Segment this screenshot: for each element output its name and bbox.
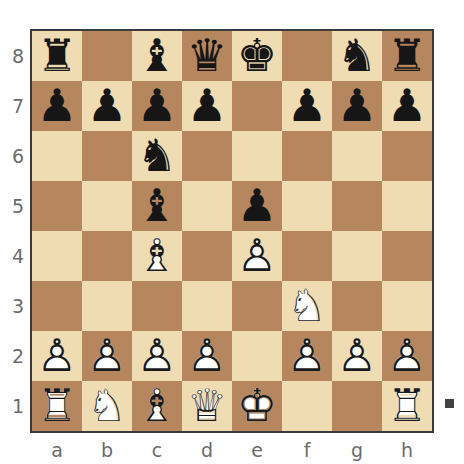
square-h4[interactable] [382,231,432,281]
piece-wQ-d1[interactable]: ♛♕ [182,381,232,431]
square-e8[interactable]: ♚ [232,31,282,81]
square-d4[interactable] [182,231,232,281]
square-a3[interactable] [32,281,82,331]
rank-label-4: 4 [0,231,30,281]
square-f7[interactable]: ♟ [282,81,332,131]
square-a7[interactable]: ♟ [32,81,82,131]
square-g8[interactable]: ♞ [332,31,382,81]
rank-label-3: 3 [0,281,30,331]
square-e3[interactable] [232,281,282,331]
piece-bN-c6[interactable]: ♞ [132,131,182,181]
square-c8[interactable]: ♝ [132,31,182,81]
square-b1[interactable]: ♞♘ [82,381,132,431]
square-b6[interactable] [82,131,132,181]
square-g3[interactable] [332,281,382,331]
square-e2[interactable] [232,331,282,381]
square-g2[interactable]: ♟♙ [332,331,382,381]
square-b2[interactable]: ♟♙ [82,331,132,381]
white-piece-outline: ♙ [232,231,282,281]
square-d3[interactable] [182,281,232,331]
square-h3[interactable] [382,281,432,331]
square-a2[interactable]: ♟♙ [32,331,82,381]
square-f1[interactable] [282,381,332,431]
file-label-d: d [182,437,232,464]
square-e6[interactable] [232,131,282,181]
white-piece-outline: ♔ [232,381,282,431]
piece-bN-g8[interactable]: ♞ [332,31,382,81]
square-h2[interactable]: ♟♙ [382,331,432,381]
piece-bQ-d8[interactable]: ♛ [182,31,232,81]
square-f2[interactable]: ♟♙ [282,331,332,381]
piece-bP-g7[interactable]: ♟ [332,81,382,131]
file-label-c: c [132,437,182,464]
side-to-move-indicator [445,399,454,408]
white-piece-outline: ♙ [282,331,332,381]
square-e7[interactable] [232,81,282,131]
square-c4[interactable]: ♝♗ [132,231,182,281]
square-d5[interactable] [182,181,232,231]
rank-label-6: 6 [0,131,30,181]
piece-bP-c7[interactable]: ♟ [132,81,182,131]
piece-wN-f3[interactable]: ♞♘ [282,281,332,331]
piece-bP-d7[interactable]: ♟ [182,81,232,131]
square-a4[interactable] [32,231,82,281]
piece-wP-e4[interactable]: ♟♙ [232,231,282,281]
square-f3[interactable]: ♞♘ [282,281,332,331]
square-g7[interactable]: ♟ [332,81,382,131]
piece-bP-f7[interactable]: ♟ [282,81,332,131]
piece-wB-c1[interactable]: ♝♗ [132,381,182,431]
piece-wP-h2[interactable]: ♟♙ [382,331,432,381]
piece-bR-a8[interactable]: ♜ [32,31,82,81]
square-c1[interactable]: ♝♗ [132,381,182,431]
square-g5[interactable] [332,181,382,231]
square-a1[interactable]: ♜♖ [32,381,82,431]
piece-wB-c4[interactable]: ♝♗ [132,231,182,281]
square-b3[interactable] [82,281,132,331]
square-e4[interactable]: ♟♙ [232,231,282,281]
square-d2[interactable]: ♟♙ [182,331,232,381]
white-piece-outline: ♙ [332,331,382,381]
white-piece-outline: ♙ [32,331,82,381]
piece-wP-d2[interactable]: ♟♙ [182,331,232,381]
white-piece-outline: ♙ [182,331,232,381]
square-f6[interactable] [282,131,332,181]
piece-wR-h1[interactable]: ♜♖ [382,381,432,431]
rank-labels: 87654321 [0,31,30,431]
square-f8[interactable] [282,31,332,81]
piece-bP-a7[interactable]: ♟ [32,81,82,131]
white-piece-outline: ♖ [32,381,82,431]
square-b7[interactable]: ♟ [82,81,132,131]
square-g4[interactable] [332,231,382,281]
square-d1[interactable]: ♛♕ [182,381,232,431]
square-g1[interactable] [332,381,382,431]
square-f5[interactable] [282,181,332,231]
piece-wP-b2[interactable]: ♟♙ [82,331,132,381]
piece-wP-g2[interactable]: ♟♙ [332,331,382,381]
square-a5[interactable] [32,181,82,231]
piece-bB-c8[interactable]: ♝ [132,31,182,81]
square-c7[interactable]: ♟ [132,81,182,131]
file-label-f: f [282,437,332,464]
piece-wP-a2[interactable]: ♟♙ [32,331,82,381]
square-d7[interactable]: ♟ [182,81,232,131]
square-f4[interactable] [282,231,332,281]
square-b5[interactable] [82,181,132,231]
piece-bB-c5[interactable]: ♝ [132,181,182,231]
piece-bR-h8[interactable]: ♜ [382,31,432,81]
square-e1[interactable]: ♚♔ [232,381,282,431]
white-piece-outline: ♙ [382,331,432,381]
file-label-e: e [232,437,282,464]
square-a6[interactable] [32,131,82,181]
white-piece-outline: ♙ [132,331,182,381]
white-piece-outline: ♙ [82,331,132,381]
square-h1[interactable]: ♜♖ [382,381,432,431]
white-piece-outline: ♘ [82,381,132,431]
white-piece-outline: ♘ [282,281,332,331]
square-h5[interactable] [382,181,432,231]
white-piece-outline: ♗ [132,381,182,431]
piece-bK-e8[interactable]: ♚ [232,31,282,81]
rank-label-2: 2 [0,331,30,381]
square-c6[interactable]: ♞ [132,131,182,181]
square-h7[interactable]: ♟ [382,81,432,131]
square-c2[interactable]: ♟♙ [132,331,182,381]
file-label-g: g [332,437,382,464]
file-label-h: h [382,437,432,464]
piece-wR-a1[interactable]: ♜♖ [32,381,82,431]
piece-wN-b1[interactable]: ♞♘ [82,381,132,431]
square-a8[interactable]: ♜ [32,31,82,81]
rank-label-1: 1 [0,381,30,431]
square-d6[interactable] [182,131,232,181]
square-c5[interactable]: ♝ [132,181,182,231]
piece-bP-b7[interactable]: ♟ [82,81,132,131]
rank-label-7: 7 [0,81,30,131]
square-b8[interactable] [82,31,132,81]
square-d8[interactable]: ♛ [182,31,232,81]
piece-bP-e5[interactable]: ♟ [232,181,282,231]
square-c3[interactable] [132,281,182,331]
board-frame: ♜♝♛♚♞♜♟♟♟♟♟♟♟♞♝♟♝♗♟♙♞♘♟♙♟♙♟♙♟♙♟♙♟♙♟♙♜♖♞♘… [30,29,434,433]
file-labels: abcdefgh [32,437,432,464]
square-h6[interactable] [382,131,432,181]
square-b4[interactable] [82,231,132,281]
piece-wK-e1[interactable]: ♚♔ [232,381,282,431]
square-e5[interactable]: ♟ [232,181,282,231]
white-piece-outline: ♖ [382,381,432,431]
piece-wP-c2[interactable]: ♟♙ [132,331,182,381]
piece-bP-h7[interactable]: ♟ [382,81,432,131]
chess-board: ♜♝♛♚♞♜♟♟♟♟♟♟♟♞♝♟♝♗♟♙♞♘♟♙♟♙♟♙♟♙♟♙♟♙♟♙♜♖♞♘… [32,31,432,431]
white-piece-outline: ♗ [132,231,182,281]
square-g6[interactable] [332,131,382,181]
file-label-b: b [82,437,132,464]
file-label-a: a [32,437,82,464]
square-h8[interactable]: ♜ [382,31,432,81]
rank-label-5: 5 [0,181,30,231]
rank-label-8: 8 [0,31,30,81]
white-piece-outline: ♕ [182,381,232,431]
piece-wP-f2[interactable]: ♟♙ [282,331,332,381]
